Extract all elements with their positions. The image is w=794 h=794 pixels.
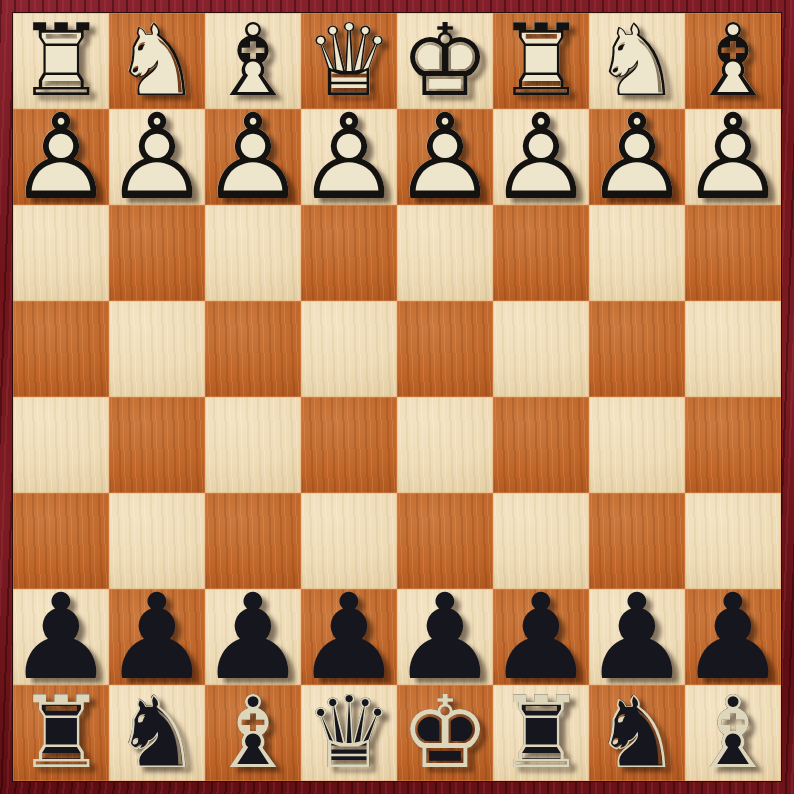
square-c2[interactable]: ♟♙ <box>493 109 589 205</box>
black-queen[interactable]: ♛♕ <box>301 685 397 781</box>
square-b5[interactable] <box>589 397 685 493</box>
square-c4[interactable] <box>493 301 589 397</box>
white-pawn[interactable]: ♟♙ <box>397 109 493 205</box>
black-pawn[interactable]: ♟♙ <box>493 589 589 685</box>
square-g7[interactable]: ♟♙ <box>109 589 205 685</box>
square-b8[interactable]: ♞♘ <box>589 685 685 781</box>
piece-outline-glyph: ♙ <box>200 98 306 216</box>
square-e5[interactable] <box>301 397 397 493</box>
square-g5[interactable] <box>109 397 205 493</box>
square-h2[interactable]: ♟♙ <box>13 109 109 205</box>
piece-outline-glyph: ♕ <box>304 683 394 783</box>
square-c8[interactable]: ♜♖ <box>493 685 589 781</box>
square-b3[interactable] <box>589 205 685 301</box>
square-d5[interactable] <box>397 397 493 493</box>
square-d3[interactable] <box>397 205 493 301</box>
black-pawn[interactable]: ♟♙ <box>589 589 685 685</box>
square-g3[interactable] <box>109 205 205 301</box>
chess-board: ♜♖♞♘♝♗♛♕♚♔♜♖♞♘♝♗♟♙♟♙♟♙♟♙♟♙♟♙♟♙♟♙♟♙♟♙♟♙♟♙… <box>12 12 782 782</box>
white-pawn[interactable]: ♟♙ <box>205 109 301 205</box>
square-f4[interactable] <box>205 301 301 397</box>
square-e3[interactable] <box>301 205 397 301</box>
square-h5[interactable] <box>13 397 109 493</box>
black-pawn[interactable]: ♟♙ <box>685 589 781 685</box>
square-g4[interactable] <box>109 301 205 397</box>
black-knight[interactable]: ♞♘ <box>109 685 205 781</box>
square-a7[interactable]: ♟♙ <box>685 589 781 685</box>
square-b2[interactable]: ♟♙ <box>589 109 685 205</box>
piece-outline-glyph: ♖ <box>16 683 106 783</box>
square-f7[interactable]: ♟♙ <box>205 589 301 685</box>
square-h7[interactable]: ♟♙ <box>13 589 109 685</box>
white-pawn[interactable]: ♟♙ <box>685 109 781 205</box>
piece-outline-glyph: ♙ <box>104 98 210 216</box>
white-pawn[interactable]: ♟♙ <box>109 109 205 205</box>
black-bishop[interactable]: ♝♗ <box>685 685 781 781</box>
square-a3[interactable] <box>685 205 781 301</box>
black-pawn[interactable]: ♟♙ <box>205 589 301 685</box>
black-pawn[interactable]: ♟♙ <box>109 589 205 685</box>
square-a8[interactable]: ♝♗ <box>685 685 781 781</box>
square-g2[interactable]: ♟♙ <box>109 109 205 205</box>
piece-outline-glyph: ♙ <box>392 98 498 216</box>
square-e7[interactable]: ♟♙ <box>301 589 397 685</box>
square-h4[interactable] <box>13 301 109 397</box>
square-c3[interactable] <box>493 205 589 301</box>
piece-outline-glyph: ♔ <box>400 683 490 783</box>
white-pawn[interactable]: ♟♙ <box>589 109 685 205</box>
white-pawn[interactable]: ♟♙ <box>301 109 397 205</box>
white-pawn[interactable]: ♟♙ <box>13 109 109 205</box>
square-a5[interactable] <box>685 397 781 493</box>
black-pawn[interactable]: ♟♙ <box>397 589 493 685</box>
piece-outline-glyph: ♖ <box>496 683 586 783</box>
piece-outline-glyph: ♗ <box>688 683 778 783</box>
square-f2[interactable]: ♟♙ <box>205 109 301 205</box>
square-e4[interactable] <box>301 301 397 397</box>
board-frame: ♜♖♞♘♝♗♛♕♚♔♜♖♞♘♝♗♟♙♟♙♟♙♟♙♟♙♟♙♟♙♟♙♟♙♟♙♟♙♟♙… <box>0 0 794 794</box>
square-f5[interactable] <box>205 397 301 493</box>
piece-outline-glyph: ♙ <box>488 98 594 216</box>
piece-outline-glyph: ♙ <box>584 98 690 216</box>
square-e2[interactable]: ♟♙ <box>301 109 397 205</box>
black-bishop[interactable]: ♝♗ <box>205 685 301 781</box>
black-pawn[interactable]: ♟♙ <box>13 589 109 685</box>
square-f8[interactable]: ♝♗ <box>205 685 301 781</box>
black-pawn[interactable]: ♟♙ <box>301 589 397 685</box>
square-a4[interactable] <box>685 301 781 397</box>
square-g8[interactable]: ♞♘ <box>109 685 205 781</box>
white-pawn[interactable]: ♟♙ <box>493 109 589 205</box>
piece-outline-glyph: ♗ <box>208 683 298 783</box>
black-knight[interactable]: ♞♘ <box>589 685 685 781</box>
square-d2[interactable]: ♟♙ <box>397 109 493 205</box>
square-e8[interactable]: ♛♕ <box>301 685 397 781</box>
square-h3[interactable] <box>13 205 109 301</box>
square-f3[interactable] <box>205 205 301 301</box>
black-king[interactable]: ♚♔ <box>397 685 493 781</box>
black-rook[interactable]: ♜♖ <box>493 685 589 781</box>
square-d7[interactable]: ♟♙ <box>397 589 493 685</box>
square-d4[interactable] <box>397 301 493 397</box>
piece-outline-glyph: ♙ <box>296 98 402 216</box>
piece-outline-glyph: ♙ <box>680 98 786 216</box>
square-c5[interactable] <box>493 397 589 493</box>
square-c7[interactable]: ♟♙ <box>493 589 589 685</box>
square-d8[interactable]: ♚♔ <box>397 685 493 781</box>
black-rook[interactable]: ♜♖ <box>13 685 109 781</box>
square-b7[interactable]: ♟♙ <box>589 589 685 685</box>
piece-outline-glyph: ♘ <box>592 683 682 783</box>
square-b4[interactable] <box>589 301 685 397</box>
square-h8[interactable]: ♜♖ <box>13 685 109 781</box>
piece-outline-glyph: ♘ <box>112 683 202 783</box>
piece-outline-glyph: ♙ <box>8 98 114 216</box>
square-a2[interactable]: ♟♙ <box>685 109 781 205</box>
